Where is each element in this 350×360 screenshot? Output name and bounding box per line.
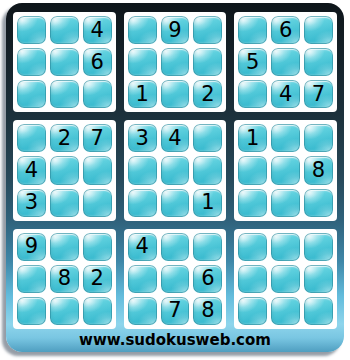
cell-r3c5[interactable]	[161, 80, 190, 108]
sudoku-board: 4691265472743341189824678	[13, 12, 337, 329]
cell-r6c9[interactable]	[304, 189, 333, 217]
cell-r3c3[interactable]	[83, 80, 112, 108]
cell-r9c2[interactable]	[50, 297, 79, 325]
box-r2c3: 18	[234, 120, 337, 220]
cell-r2c7[interactable]: 5	[238, 48, 267, 76]
cell-r2c6[interactable]	[193, 48, 222, 76]
site-url[interactable]: www.sudokusweb.com	[79, 331, 271, 349]
cell-r6c7[interactable]	[238, 189, 267, 217]
cell-r4c9[interactable]	[304, 124, 333, 152]
cell-r8c5[interactable]	[161, 265, 190, 293]
cell-r9c4[interactable]	[128, 297, 157, 325]
cell-r9c8[interactable]	[271, 297, 300, 325]
cell-r6c5[interactable]	[161, 189, 190, 217]
cell-r8c4[interactable]	[128, 265, 157, 293]
cell-r1c4[interactable]	[128, 16, 157, 44]
cell-r5c6[interactable]	[193, 156, 222, 184]
box-r3c1: 982	[13, 229, 116, 329]
cell-r9c9[interactable]	[304, 297, 333, 325]
cell-r1c3[interactable]: 4	[83, 16, 112, 44]
cell-r5c5[interactable]	[161, 156, 190, 184]
site-banner: www.sudokusweb.com	[6, 331, 344, 349]
cell-r1c8[interactable]: 6	[271, 16, 300, 44]
cell-r3c7[interactable]	[238, 80, 267, 108]
cell-r6c8[interactable]	[271, 189, 300, 217]
cell-r5c7[interactable]	[238, 156, 267, 184]
cell-r7c6[interactable]	[193, 233, 222, 261]
cell-r8c2[interactable]: 8	[50, 265, 79, 293]
cell-r3c2[interactable]	[50, 80, 79, 108]
cell-r8c7[interactable]	[238, 265, 267, 293]
cell-r8c9[interactable]	[304, 265, 333, 293]
cell-r8c6[interactable]: 6	[193, 265, 222, 293]
cell-r1c9[interactable]	[304, 16, 333, 44]
cell-r2c3[interactable]: 6	[83, 48, 112, 76]
cell-r3c4[interactable]: 1	[128, 80, 157, 108]
cell-r5c8[interactable]	[271, 156, 300, 184]
cell-r7c4[interactable]: 4	[128, 233, 157, 261]
cell-r5c9[interactable]: 8	[304, 156, 333, 184]
sudoku-app: 4691265472743341189824678 www.sudokusweb…	[0, 0, 350, 360]
cell-r6c6[interactable]: 1	[193, 189, 222, 217]
cell-r1c2[interactable]	[50, 16, 79, 44]
cell-r6c2[interactable]	[50, 189, 79, 217]
cell-r2c8[interactable]	[271, 48, 300, 76]
cell-r4c4[interactable]: 3	[128, 124, 157, 152]
cell-r4c2[interactable]: 2	[50, 124, 79, 152]
cell-r5c4[interactable]	[128, 156, 157, 184]
cell-r1c5[interactable]: 9	[161, 16, 190, 44]
cell-r7c7[interactable]	[238, 233, 267, 261]
cell-r5c3[interactable]	[83, 156, 112, 184]
cell-r3c6[interactable]: 2	[193, 80, 222, 108]
box-r2c2: 341	[124, 120, 227, 220]
cell-r1c6[interactable]	[193, 16, 222, 44]
cell-r9c3[interactable]	[83, 297, 112, 325]
box-r1c2: 912	[124, 12, 227, 112]
cell-r8c1[interactable]	[17, 265, 46, 293]
cell-r5c1[interactable]: 4	[17, 156, 46, 184]
cell-r2c2[interactable]	[50, 48, 79, 76]
cell-r7c9[interactable]	[304, 233, 333, 261]
cell-r2c5[interactable]	[161, 48, 190, 76]
box-r3c2: 4678	[124, 229, 227, 329]
cell-r7c2[interactable]	[50, 233, 79, 261]
cell-r6c3[interactable]	[83, 189, 112, 217]
box-r1c1: 46	[13, 12, 116, 112]
cell-r3c9[interactable]: 7	[304, 80, 333, 108]
cell-r4c8[interactable]	[271, 124, 300, 152]
cell-r6c4[interactable]	[128, 189, 157, 217]
cell-r3c1[interactable]	[17, 80, 46, 108]
cell-r7c3[interactable]	[83, 233, 112, 261]
cell-r9c1[interactable]	[17, 297, 46, 325]
box-r2c1: 2743	[13, 120, 116, 220]
cell-r6c1[interactable]: 3	[17, 189, 46, 217]
cell-r4c5[interactable]: 4	[161, 124, 190, 152]
cell-r4c1[interactable]	[17, 124, 46, 152]
cell-r4c7[interactable]: 1	[238, 124, 267, 152]
cell-r4c3[interactable]: 7	[83, 124, 112, 152]
cell-r1c1[interactable]	[17, 16, 46, 44]
cell-r8c3[interactable]: 2	[83, 265, 112, 293]
cell-r8c8[interactable]	[271, 265, 300, 293]
cell-r7c8[interactable]	[271, 233, 300, 261]
cell-r9c7[interactable]	[238, 297, 267, 325]
cell-r9c6[interactable]: 8	[193, 297, 222, 325]
cell-r1c7[interactable]	[238, 16, 267, 44]
box-r3c3	[234, 229, 337, 329]
cell-r2c4[interactable]	[128, 48, 157, 76]
cell-r9c5[interactable]: 7	[161, 297, 190, 325]
cell-r3c8[interactable]: 4	[271, 80, 300, 108]
cell-r2c1[interactable]	[17, 48, 46, 76]
box-r1c3: 6547	[234, 12, 337, 112]
cell-r7c1[interactable]: 9	[17, 233, 46, 261]
cell-r7c5[interactable]	[161, 233, 190, 261]
cell-r5c2[interactable]	[50, 156, 79, 184]
cell-r2c9[interactable]	[304, 48, 333, 76]
cell-r4c6[interactable]	[193, 124, 222, 152]
